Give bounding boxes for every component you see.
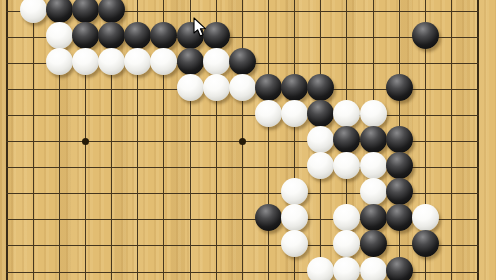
- grid-line-vertical: [451, 0, 452, 280]
- black-stone: [386, 178, 413, 205]
- white-stone: [229, 74, 256, 101]
- white-stone: [72, 48, 99, 75]
- white-stone: [333, 204, 360, 231]
- black-stone: [307, 74, 334, 101]
- white-stone: [333, 230, 360, 257]
- black-stone: [255, 204, 282, 231]
- white-stone: [360, 100, 387, 127]
- white-stone: [46, 22, 73, 49]
- white-stone: [412, 204, 439, 231]
- black-stone: [333, 126, 360, 153]
- white-stone: [281, 178, 308, 205]
- black-stone: [412, 22, 439, 49]
- white-stone: [333, 100, 360, 127]
- white-stone: [20, 0, 47, 23]
- white-stone: [203, 74, 230, 101]
- go-board[interactable]: [0, 0, 496, 280]
- grid-line-vertical: [33, 0, 34, 280]
- white-stone: [124, 48, 151, 75]
- black-stone: [203, 22, 230, 49]
- black-stone: [360, 204, 387, 231]
- white-stone: [333, 152, 360, 179]
- black-stone: [386, 126, 413, 153]
- black-stone: [229, 48, 256, 75]
- black-stone: [386, 204, 413, 231]
- black-stone: [177, 48, 204, 75]
- white-stone: [281, 230, 308, 257]
- white-stone: [307, 126, 334, 153]
- star-point: [239, 138, 246, 145]
- black-stone: [386, 74, 413, 101]
- grid-line-horizontal: [6, 245, 479, 246]
- black-stone: [281, 74, 308, 101]
- black-stone: [360, 230, 387, 257]
- black-stone: [72, 22, 99, 49]
- star-point: [82, 138, 89, 145]
- black-stone: [386, 152, 413, 179]
- white-stone: [150, 48, 177, 75]
- black-stone: [150, 22, 177, 49]
- grid-line-vertical: [6, 0, 8, 280]
- black-stone: [98, 0, 125, 23]
- grid-line-vertical: [268, 0, 269, 280]
- white-stone: [281, 100, 308, 127]
- black-stone: [72, 0, 99, 23]
- black-stone: [386, 257, 413, 280]
- white-stone: [360, 257, 387, 280]
- black-stone: [307, 100, 334, 127]
- white-stone: [177, 74, 204, 101]
- white-stone: [307, 152, 334, 179]
- black-stone: [177, 22, 204, 49]
- black-stone: [46, 0, 73, 23]
- screenshot-frame: [0, 0, 496, 280]
- white-stone: [255, 100, 282, 127]
- black-stone: [360, 126, 387, 153]
- white-stone: [333, 257, 360, 280]
- black-stone: [124, 22, 151, 49]
- grid-line-vertical: [477, 0, 479, 280]
- black-stone: [255, 74, 282, 101]
- white-stone: [360, 152, 387, 179]
- black-stone: [98, 22, 125, 49]
- white-stone: [46, 48, 73, 75]
- white-stone: [281, 204, 308, 231]
- black-stone: [412, 230, 439, 257]
- white-stone: [307, 257, 334, 280]
- white-stone: [98, 48, 125, 75]
- grid-line-horizontal: [6, 115, 479, 116]
- white-stone: [360, 178, 387, 205]
- white-stone: [203, 48, 230, 75]
